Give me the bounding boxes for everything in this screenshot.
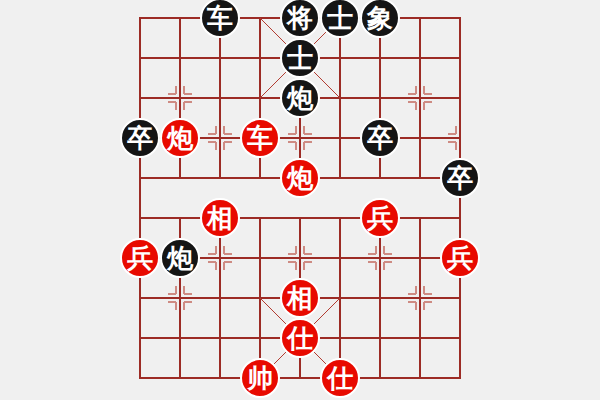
xiangqi-board-screen: 车将士象士炮卒炮车卒炮卒相兵兵炮兵相仕帅仕 — [0, 0, 600, 400]
piece-red-cannon[interactable]: 炮 — [160, 118, 200, 158]
piece-black-soldier[interactable]: 卒 — [120, 118, 160, 158]
piece-red-chariot[interactable]: 车 — [240, 118, 280, 158]
piece-red-soldier[interactable]: 兵 — [440, 238, 480, 278]
piece-black-soldier[interactable]: 卒 — [440, 158, 480, 198]
piece-black-cannon[interactable]: 炮 — [280, 78, 320, 118]
piece-red-soldier[interactable]: 兵 — [360, 198, 400, 238]
piece-black-soldier[interactable]: 卒 — [360, 118, 400, 158]
piece-red-advisor[interactable]: 仕 — [320, 358, 360, 398]
piece-red-general[interactable]: 帅 — [240, 358, 280, 398]
piece-black-advisor[interactable]: 士 — [280, 38, 320, 78]
piece-black-general[interactable]: 将 — [280, 0, 320, 38]
piece-red-elephant[interactable]: 相 — [280, 278, 320, 318]
piece-black-cannon[interactable]: 炮 — [160, 238, 200, 278]
piece-red-elephant[interactable]: 相 — [200, 198, 240, 238]
piece-black-chariot[interactable]: 车 — [200, 0, 240, 38]
piece-black-elephant[interactable]: 象 — [360, 0, 400, 38]
piece-black-advisor[interactable]: 士 — [320, 0, 360, 38]
piece-red-cannon[interactable]: 炮 — [280, 158, 320, 198]
piece-grid: 车将士象士炮卒炮车卒炮卒相兵兵炮兵相仕帅仕 — [120, 0, 480, 398]
piece-red-advisor[interactable]: 仕 — [280, 318, 320, 358]
piece-red-soldier[interactable]: 兵 — [120, 238, 160, 278]
